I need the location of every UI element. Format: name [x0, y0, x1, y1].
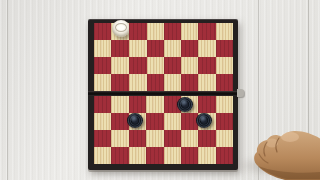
board-square[interactable]: [94, 147, 111, 164]
board-square[interactable]: [146, 147, 163, 164]
board-square[interactable]: [198, 130, 215, 147]
board-square[interactable]: [129, 113, 146, 130]
board-square[interactable]: [147, 74, 164, 91]
photo-scene: [0, 0, 320, 180]
board-square[interactable]: [164, 40, 181, 57]
white-checker[interactable]: [112, 20, 130, 37]
board-square[interactable]: [129, 147, 146, 164]
board-square[interactable]: [111, 57, 129, 74]
board-square[interactable]: [146, 113, 163, 130]
board-square[interactable]: [111, 40, 129, 57]
board-square[interactable]: [181, 130, 198, 147]
board-square[interactable]: [129, 23, 146, 40]
board-square[interactable]: [111, 130, 128, 147]
checkers-board: [88, 19, 238, 170]
board-square[interactable]: [198, 23, 215, 40]
board-square[interactable]: [198, 57, 215, 74]
board-square[interactable]: [111, 96, 128, 113]
board-square[interactable]: [129, 40, 146, 57]
board-square[interactable]: [181, 96, 198, 113]
board-square[interactable]: [181, 40, 198, 57]
board-square[interactable]: [111, 74, 129, 91]
board-square[interactable]: [94, 74, 111, 91]
board-square[interactable]: [164, 130, 181, 147]
board-square[interactable]: [164, 113, 181, 130]
board-square[interactable]: [94, 130, 111, 147]
board-square[interactable]: [216, 40, 233, 57]
board-square[interactable]: [111, 23, 129, 40]
hand-fist: [245, 121, 320, 180]
board-square[interactable]: [111, 147, 128, 164]
board-square[interactable]: [94, 57, 111, 74]
board-square[interactable]: [216, 23, 233, 40]
board-square[interactable]: [198, 74, 215, 91]
floor-plank-line: [7, 0, 8, 180]
board-square[interactable]: [129, 130, 146, 147]
board-square[interactable]: [94, 96, 111, 113]
board-square[interactable]: [181, 74, 198, 91]
black-checker[interactable]: [127, 113, 143, 128]
board-square[interactable]: [164, 74, 181, 91]
board-square[interactable]: [164, 57, 181, 74]
board-half-bottom: [94, 96, 233, 164]
board-square[interactable]: [198, 113, 215, 130]
board-square[interactable]: [216, 96, 233, 113]
board-square[interactable]: [147, 40, 164, 57]
board-square[interactable]: [129, 74, 146, 91]
board-square[interactable]: [216, 57, 233, 74]
board-square[interactable]: [146, 96, 163, 113]
board-half-top: [94, 23, 233, 91]
board-square[interactable]: [129, 57, 146, 74]
black-checker[interactable]: [196, 113, 212, 128]
hinge-tab: [237, 89, 244, 97]
board-square[interactable]: [94, 113, 111, 130]
board-square[interactable]: [94, 40, 111, 57]
board-square[interactable]: [129, 96, 146, 113]
board-square[interactable]: [216, 147, 233, 164]
board-square[interactable]: [147, 57, 164, 74]
board-square[interactable]: [181, 57, 198, 74]
board-square[interactable]: [198, 147, 215, 164]
board-square[interactable]: [216, 130, 233, 147]
board-square[interactable]: [216, 74, 233, 91]
board-square[interactable]: [147, 23, 164, 40]
board-square[interactable]: [111, 113, 128, 130]
board-square[interactable]: [146, 130, 163, 147]
board-square[interactable]: [164, 23, 181, 40]
board-square[interactable]: [198, 96, 215, 113]
board-square[interactable]: [181, 23, 198, 40]
board-square[interactable]: [94, 23, 111, 40]
black-checker[interactable]: [177, 97, 193, 112]
board-square[interactable]: [198, 40, 215, 57]
board-square[interactable]: [164, 147, 181, 164]
board-square[interactable]: [181, 147, 198, 164]
board-square[interactable]: [216, 113, 233, 130]
